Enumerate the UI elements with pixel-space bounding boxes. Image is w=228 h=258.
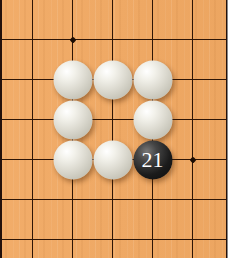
white-stone <box>133 100 172 139</box>
grid-line-horizontal <box>0 239 227 240</box>
board-edge-line <box>0 0 2 258</box>
white-stone <box>53 60 92 99</box>
white-stone <box>133 60 172 99</box>
black-stone: 21 <box>133 140 172 179</box>
grid-line-horizontal <box>0 199 227 200</box>
grid-line-horizontal <box>0 119 227 120</box>
grid-line-horizontal <box>0 39 227 40</box>
white-stone <box>53 100 92 139</box>
board-edge-line <box>226 0 228 258</box>
go-board[interactable]: 21 <box>0 0 227 258</box>
white-stone <box>53 140 92 179</box>
white-stone <box>93 60 132 99</box>
move-number-label: 21 <box>142 149 164 171</box>
white-stone <box>93 140 132 179</box>
